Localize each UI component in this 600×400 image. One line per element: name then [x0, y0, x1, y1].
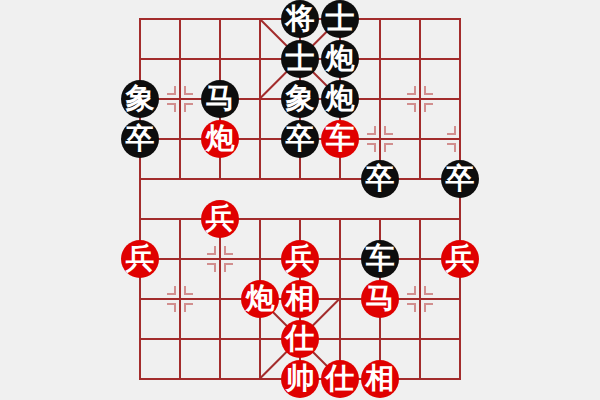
- point-marker: [167, 103, 176, 112]
- point-marker: [367, 143, 376, 152]
- grid-line-vertical: [139, 18, 141, 380]
- point-marker: [424, 303, 433, 312]
- point-marker: [384, 126, 393, 135]
- point-marker: [207, 246, 216, 255]
- piece-red-soldier[interactable]: 兵: [441, 240, 479, 278]
- piece-red-general[interactable]: 帅: [281, 360, 319, 398]
- piece-red-elephant[interactable]: 相: [281, 280, 319, 318]
- piece-character: 炮: [206, 124, 235, 153]
- piece-red-advisor[interactable]: 仕: [281, 320, 319, 358]
- piece-character: 象: [126, 84, 155, 113]
- point-marker: [184, 286, 193, 295]
- point-marker: [407, 103, 416, 112]
- grid-line-vertical: [179, 18, 181, 180]
- piece-character: 马: [206, 84, 235, 113]
- point-marker: [407, 86, 416, 95]
- piece-character: 卒: [286, 124, 315, 153]
- piece-character: 象: [286, 84, 315, 113]
- grid-line-vertical: [219, 218, 221, 380]
- piece-red-cannon[interactable]: 炮: [201, 120, 239, 158]
- piece-character: 帅: [286, 364, 315, 393]
- point-marker: [167, 303, 176, 312]
- piece-character: 卒: [126, 124, 155, 153]
- piece-character: 仕: [326, 364, 355, 393]
- piece-red-soldier[interactable]: 兵: [281, 240, 319, 278]
- piece-black-cannon[interactable]: 炮: [321, 40, 359, 78]
- point-marker: [407, 286, 416, 295]
- point-marker: [184, 103, 193, 112]
- piece-red-advisor[interactable]: 仕: [321, 360, 359, 398]
- piece-black-soldier[interactable]: 卒: [441, 160, 479, 198]
- piece-character: 兵: [206, 204, 235, 233]
- piece-black-elephant[interactable]: 象: [281, 80, 319, 118]
- grid-line-vertical: [179, 218, 181, 380]
- point-marker: [167, 86, 176, 95]
- point-marker: [447, 126, 456, 135]
- piece-character: 车: [366, 244, 395, 273]
- piece-black-elephant[interactable]: 象: [121, 80, 159, 118]
- point-marker: [184, 303, 193, 312]
- piece-character: 相: [286, 284, 315, 313]
- piece-black-advisor[interactable]: 士: [321, 0, 359, 38]
- piece-black-chariot[interactable]: 车: [361, 240, 399, 278]
- grid-line-vertical: [419, 218, 421, 380]
- point-marker: [384, 143, 393, 152]
- piece-character: 仕: [286, 324, 315, 353]
- piece-character: 卒: [446, 164, 475, 193]
- piece-character: 将: [286, 4, 315, 33]
- point-marker: [167, 286, 176, 295]
- piece-black-soldier[interactable]: 卒: [361, 160, 399, 198]
- piece-character: 炮: [326, 84, 355, 113]
- piece-red-cannon[interactable]: 炮: [241, 280, 279, 318]
- piece-character: 炮: [246, 284, 275, 313]
- point-marker: [407, 303, 416, 312]
- piece-character: 兵: [446, 244, 475, 273]
- point-marker: [424, 103, 433, 112]
- piece-character: 兵: [126, 244, 155, 273]
- piece-red-soldier[interactable]: 兵: [121, 240, 159, 278]
- piece-black-general[interactable]: 将: [281, 0, 319, 38]
- point-marker: [224, 263, 233, 272]
- piece-character: 兵: [286, 244, 315, 273]
- piece-character: 士: [326, 4, 355, 33]
- piece-black-soldier[interactable]: 卒: [121, 120, 159, 158]
- grid-line-vertical: [379, 18, 381, 180]
- piece-character: 马: [366, 284, 395, 313]
- grid-line-vertical: [459, 18, 461, 380]
- piece-red-chariot[interactable]: 车: [321, 120, 359, 158]
- piece-character: 卒: [366, 164, 395, 193]
- piece-black-horse[interactable]: 马: [201, 80, 239, 118]
- piece-character: 炮: [326, 44, 355, 73]
- piece-red-soldier[interactable]: 兵: [201, 200, 239, 238]
- piece-black-cannon[interactable]: 炮: [321, 80, 359, 118]
- xiangqi-board: 将士士炮象马象炮卒炮卒车卒卒兵兵兵车兵炮相马仕帅仕相: [0, 0, 600, 400]
- piece-character: 士: [286, 44, 315, 73]
- point-marker: [207, 263, 216, 272]
- piece-red-elephant[interactable]: 相: [361, 360, 399, 398]
- point-marker: [224, 246, 233, 255]
- piece-character: 车: [326, 124, 355, 153]
- grid-line-vertical: [419, 18, 421, 180]
- piece-black-advisor[interactable]: 士: [281, 40, 319, 78]
- piece-black-soldier[interactable]: 卒: [281, 120, 319, 158]
- point-marker: [424, 286, 433, 295]
- piece-character: 相: [366, 364, 395, 393]
- piece-red-horse[interactable]: 马: [361, 280, 399, 318]
- point-marker: [447, 143, 456, 152]
- point-marker: [184, 86, 193, 95]
- point-marker: [424, 86, 433, 95]
- point-marker: [367, 126, 376, 135]
